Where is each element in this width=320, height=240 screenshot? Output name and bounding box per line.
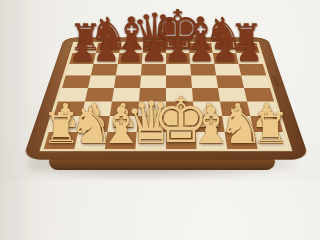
square-g5 xyxy=(216,75,244,88)
maker-stamp-engraving xyxy=(272,76,279,87)
square-b5 xyxy=(88,75,116,88)
piece-white-rook-h1: ♜ xyxy=(252,108,290,150)
square-a5 xyxy=(62,75,91,88)
square-h5 xyxy=(241,75,270,88)
square-c5 xyxy=(114,75,141,88)
piece-black-pawn-h7: ♟ xyxy=(236,36,263,66)
board-front-edge xyxy=(49,159,275,170)
photo-background: ♜♞♝♛♚♝♞♜♟♟♟♟♟♟♟♟♟♟♟♟♟♟♟♟♜♞♝♛♚♝♞♜ xyxy=(0,0,320,180)
